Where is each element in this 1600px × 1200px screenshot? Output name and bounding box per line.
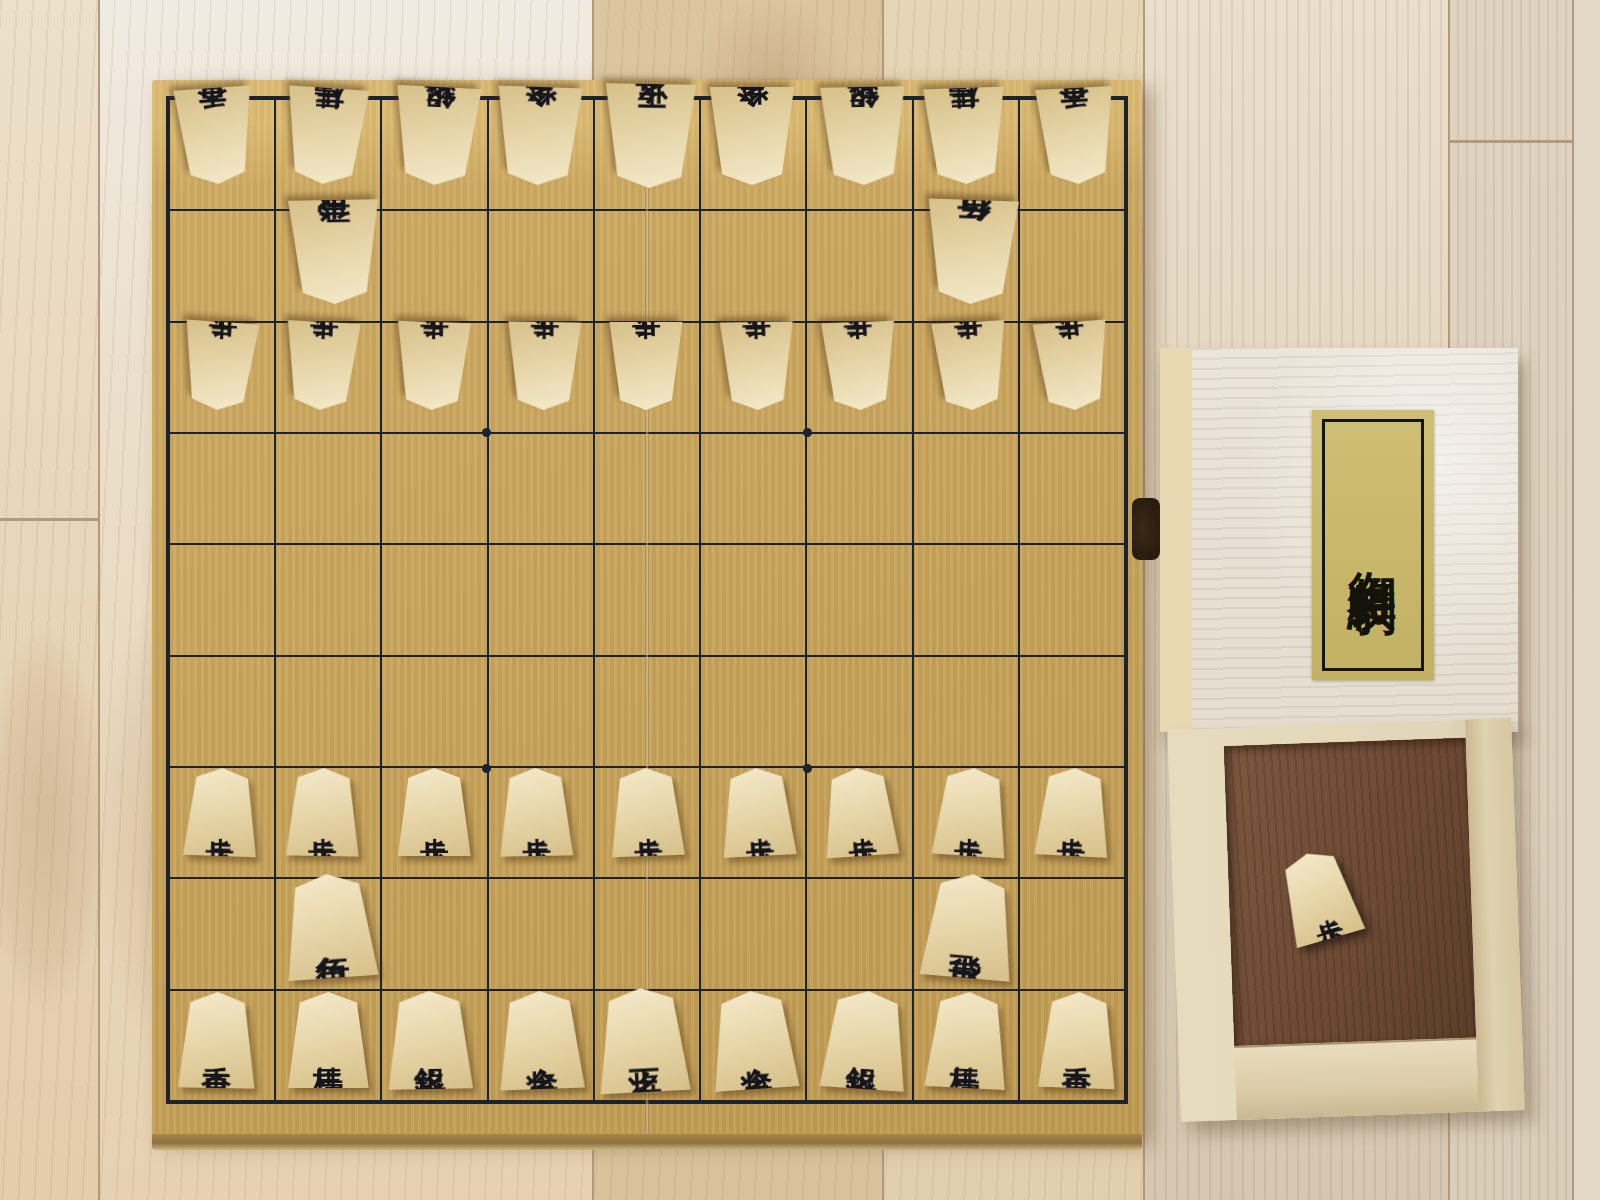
- floor-seam: [1572, 0, 1574, 1200]
- piece-kanji: 歩兵: [955, 360, 985, 373]
- shogi-piece[interactable]: 歩兵: [1032, 766, 1113, 858]
- piece-body: 金将: [495, 989, 586, 1090]
- board-lid-gap-shadow: [1132, 498, 1160, 560]
- piece-kanji: 桂馬: [949, 130, 980, 142]
- piece-body: 歩兵: [718, 766, 799, 858]
- piece-kanji: 飛車: [951, 919, 986, 933]
- piece-body: 歩兵: [505, 321, 583, 410]
- piece-body: 香車: [1033, 86, 1118, 186]
- piece-kanji: 歩兵: [530, 360, 559, 372]
- piece-kanji: 桂馬: [951, 1034, 983, 1047]
- shogi-piece[interactable]: 歩兵: [505, 321, 583, 410]
- shogi-piece[interactable]: 歩兵: [819, 321, 898, 412]
- shogi-piece[interactable]: 桂馬: [922, 990, 1011, 1090]
- piece-body: 角行: [923, 198, 1021, 305]
- piece-kanji: 歩兵: [1057, 360, 1087, 373]
- piece-kanji: 銀将: [414, 1034, 446, 1046]
- shogi-piece[interactable]: 歩兵: [930, 765, 1012, 858]
- piece-body: 歩兵: [607, 767, 686, 858]
- piece-body: 銀将: [818, 86, 908, 186]
- shogi-piece[interactable]: 角行: [280, 871, 381, 981]
- piece-body: 王将: [593, 986, 692, 1095]
- piece-body: 歩兵: [394, 321, 473, 412]
- piece-body: 玉将: [602, 83, 698, 189]
- piece-kanji: 桂馬: [313, 1035, 344, 1046]
- piece-body: 歩兵: [819, 321, 898, 412]
- piece-kanji: 角行: [313, 919, 348, 932]
- shogi-piece[interactable]: 金将: [707, 988, 802, 1092]
- shogi-piece[interactable]: 歩兵: [819, 765, 901, 858]
- piece-kanji: 歩兵: [844, 360, 873, 372]
- piece-kanji: 香車: [1062, 1034, 1092, 1046]
- piece-body: 歩兵: [819, 765, 901, 858]
- piece-kanji: 歩兵: [845, 806, 875, 819]
- shogi-piece[interactable]: 香車: [177, 991, 259, 1088]
- photo-scene: 香車桂馬銀将金将玉将金将銀将桂馬香車飛車角行歩兵歩兵歩兵歩兵歩兵歩兵歩兵歩兵歩兵…: [0, 0, 1600, 1200]
- shogi-piece[interactable]: 金将: [495, 989, 586, 1090]
- floor-plank: [0, 0, 98, 1200]
- piece-kanji: 香車: [1060, 130, 1091, 143]
- piece-kanji: 王将: [626, 1034, 661, 1047]
- piece-kanji: 歩兵: [743, 806, 773, 819]
- piece-kanji: 歩兵: [632, 806, 661, 818]
- shogi-piece[interactable]: 歩兵: [1031, 319, 1113, 412]
- floor-plank: [1572, 0, 1600, 1200]
- piece-body: 歩兵: [179, 319, 261, 412]
- piece-body: 桂馬: [922, 990, 1011, 1090]
- piece-body: 歩兵: [718, 321, 796, 410]
- piece-kanji: 歩兵: [308, 360, 338, 373]
- piece-kanji: 香車: [202, 1034, 232, 1046]
- piece-kanji: 銀将: [848, 1033, 881, 1046]
- shogi-piece[interactable]: 歩兵: [396, 768, 472, 856]
- piece-body: 金将: [708, 87, 796, 185]
- floor-plank-joint: [1448, 140, 1572, 143]
- piece-kanji: 銀将: [421, 130, 454, 143]
- shogi-piece[interactable]: 銀将: [385, 990, 475, 1090]
- shogi-piece[interactable]: 歩兵: [718, 321, 796, 410]
- piece-body: 桂馬: [281, 85, 371, 187]
- piece-kanji: 桂馬: [310, 129, 342, 142]
- shogi-piece[interactable]: 歩兵: [607, 767, 686, 858]
- piece-body: 金将: [707, 988, 802, 1092]
- piece-body: 香車: [1036, 991, 1119, 1090]
- shogi-piece[interactable]: 飛車: [917, 870, 1020, 982]
- floor-seam: [1143, 0, 1145, 1200]
- piece-body: 歩兵: [182, 767, 261, 858]
- piece-kanji: 歩兵: [1304, 887, 1334, 905]
- piece-kanji: 角行: [954, 246, 988, 258]
- piece-kanji: 歩兵: [419, 360, 448, 372]
- board-side-edge: [152, 1134, 1142, 1150]
- floor-plank-joint: [0, 518, 98, 521]
- piece-body: 桂馬: [286, 992, 370, 1088]
- piece-kanji: 歩兵: [522, 806, 551, 818]
- piece-body: 歩兵: [282, 320, 363, 412]
- piece-body: 飛車: [917, 870, 1020, 982]
- shogi-piece[interactable]: 王将: [593, 986, 692, 1095]
- piece-kanji: 玉将: [633, 130, 667, 142]
- piece-kanji: 歩兵: [956, 806, 986, 819]
- shogi-piece[interactable]: 香車: [1036, 991, 1119, 1090]
- piece-kanji: 歩兵: [1058, 806, 1088, 819]
- shogi-piece[interactable]: 角行: [923, 198, 1021, 305]
- shogi-piece[interactable]: 金将: [708, 87, 796, 185]
- piece-body: 飛車: [286, 199, 382, 305]
- piece-body: 桂馬: [921, 87, 1008, 186]
- piece-box-lid[interactable]: 御将棋駒: [1160, 348, 1518, 732]
- piece-body: 銀将: [385, 990, 475, 1090]
- piece-body: 香車: [172, 85, 259, 186]
- shogi-piece[interactable]: 香車: [1033, 86, 1118, 186]
- piece-kanji: 歩兵: [632, 361, 661, 372]
- piece-body: 歩兵: [1032, 766, 1113, 858]
- piece-body: 角行: [280, 871, 381, 981]
- piece-kanji: 金将: [525, 1034, 557, 1046]
- piece-kanji: 香車: [200, 129, 231, 142]
- piece-body: 金将: [493, 85, 584, 186]
- piece-body: 歩兵: [929, 320, 1010, 412]
- shogi-piece[interactable]: 銀将: [391, 85, 484, 187]
- lid-label: 御将棋駒: [1312, 410, 1434, 680]
- shogi-piece[interactable]: 歩兵: [497, 767, 575, 856]
- piece-body: 歩兵: [608, 322, 684, 410]
- shogi-piece[interactable]: 歩兵: [929, 320, 1010, 412]
- piece-body: 銀将: [817, 988, 912, 1092]
- shogi-piece[interactable]: 香車: [172, 85, 259, 186]
- piece-kanji: 飛車: [317, 246, 351, 258]
- piece-body: 歩兵: [396, 768, 472, 856]
- shogi-piece[interactable]: 銀将: [818, 86, 908, 186]
- box-wall-bottom: [1234, 1038, 1478, 1120]
- shogi-board: 香車桂馬銀将金将玉将金将銀将桂馬香車飛車角行歩兵歩兵歩兵歩兵歩兵歩兵歩兵歩兵歩兵…: [152, 80, 1142, 1138]
- shogi-piece[interactable]: 歩兵: [608, 322, 684, 410]
- piece-body: 歩兵: [1031, 319, 1113, 412]
- lid-label-border: 御将棋駒: [1322, 419, 1424, 671]
- shogi-piece[interactable]: 桂馬: [286, 992, 370, 1088]
- piece-body: 香車: [177, 991, 259, 1088]
- piece-kanji: 金将: [738, 1033, 771, 1046]
- shogi-piece[interactable]: 歩兵: [282, 320, 363, 412]
- shogi-piece[interactable]: 玉将: [602, 83, 698, 189]
- piece-kanji: 歩兵: [742, 360, 771, 372]
- piece-body: 歩兵: [497, 767, 575, 856]
- lid-label-text: 御将棋駒: [1349, 533, 1397, 557]
- piece-kanji: 歩兵: [206, 360, 236, 373]
- piece-kanji: 歩兵: [420, 807, 449, 818]
- shogi-piece[interactable]: 歩兵: [182, 767, 261, 858]
- pieces-layer: 香車桂馬銀将金将玉将金将銀将桂馬香車飛車角行歩兵歩兵歩兵歩兵歩兵歩兵歩兵歩兵歩兵…: [152, 80, 1142, 1138]
- piece-body: 歩兵: [930, 765, 1012, 858]
- shogi-piece[interactable]: 金将: [493, 85, 584, 186]
- piece-body: 歩兵: [285, 767, 363, 856]
- piece-kanji: 銀将: [847, 130, 879, 142]
- shogi-piece[interactable]: 歩兵: [718, 766, 799, 858]
- piece-kanji: 金将: [523, 130, 555, 142]
- shogi-piece[interactable]: 飛車: [286, 199, 382, 305]
- piece-kanji: 金将: [736, 131, 768, 142]
- floor-seam: [98, 0, 100, 1200]
- shogi-piece[interactable]: 歩兵: [285, 767, 363, 856]
- piece-kanji: 歩兵: [309, 806, 338, 818]
- piece-kanji: 歩兵: [207, 806, 236, 818]
- shogi-piece[interactable]: 歩兵: [394, 321, 473, 412]
- shogi-piece[interactable]: 桂馬: [281, 85, 371, 187]
- shogi-piece[interactable]: 歩兵: [179, 319, 261, 412]
- shogi-piece[interactable]: 銀将: [817, 988, 912, 1092]
- shogi-piece[interactable]: 桂馬: [921, 87, 1008, 186]
- piece-body: 銀将: [391, 85, 484, 187]
